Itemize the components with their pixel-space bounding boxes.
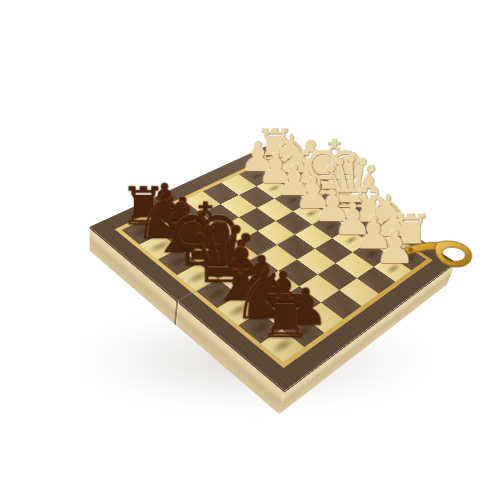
- brass-clasp: [399, 222, 485, 294]
- piece-glyph: ♜: [249, 288, 321, 347]
- chess-set-photo: ♜♞♝♛♚♝♞♜♟♟♟♟♟♟♟♟♟♟♟♟♟♟♟♟♜♞♝♛♚♝♞♜: [0, 0, 500, 500]
- clasp-hook: [433, 240, 473, 269]
